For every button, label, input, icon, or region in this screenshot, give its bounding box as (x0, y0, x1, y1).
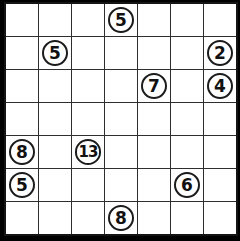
clue-circle: 2 (207, 40, 233, 66)
cell-r2c2: 5 (39, 37, 71, 69)
cell-r2c4[interactable] (105, 37, 137, 69)
kuromasu-board: 55274813568 (4, 2, 238, 236)
cell-r7c3[interactable] (72, 202, 104, 234)
cell-r3c4[interactable] (105, 70, 137, 102)
cell-r6c2[interactable] (39, 169, 71, 201)
clue-number: 5 (115, 12, 127, 29)
clue-circle: 8 (9, 139, 35, 165)
cell-r7c2[interactable] (39, 202, 71, 234)
cell-r3c5: 7 (138, 70, 170, 102)
cell-r4c7[interactable] (204, 103, 236, 135)
clue-circle: 7 (141, 73, 167, 99)
clue-number: 8 (16, 144, 28, 161)
clue-circle: 13 (75, 139, 102, 165)
cell-r5c1: 8 (6, 136, 38, 168)
cell-r4c1[interactable] (6, 103, 38, 135)
clue-circle: 4 (207, 73, 233, 99)
clue-circle: 5 (108, 7, 134, 33)
clue-number: 6 (181, 177, 193, 194)
cell-r6c7[interactable] (204, 169, 236, 201)
cell-r1c7[interactable] (204, 4, 236, 36)
cell-r1c6[interactable] (171, 4, 203, 36)
cell-r3c2[interactable] (39, 70, 71, 102)
cell-r5c5[interactable] (138, 136, 170, 168)
cell-r7c1[interactable] (6, 202, 38, 234)
clue-number: 5 (49, 45, 61, 62)
clue-number: 4 (214, 78, 226, 95)
cell-r4c4[interactable] (105, 103, 137, 135)
cell-r2c7: 2 (204, 37, 236, 69)
cell-r5c4[interactable] (105, 136, 137, 168)
cell-r2c5[interactable] (138, 37, 170, 69)
cell-r6c4[interactable] (105, 169, 137, 201)
clue-circle: 8 (108, 205, 134, 231)
cell-r7c5[interactable] (138, 202, 170, 234)
cell-r2c3[interactable] (72, 37, 104, 69)
cell-r6c1: 5 (6, 169, 38, 201)
clue-circle: 5 (9, 172, 35, 198)
cell-r7c4: 8 (105, 202, 137, 234)
cell-r2c6[interactable] (171, 37, 203, 69)
cell-r1c2[interactable] (39, 4, 71, 36)
cell-r7c7[interactable] (204, 202, 236, 234)
cell-r5c7[interactable] (204, 136, 236, 168)
cell-r2c1[interactable] (6, 37, 38, 69)
clue-number: 8 (115, 210, 127, 227)
cell-r4c6[interactable] (171, 103, 203, 135)
cell-r1c1[interactable] (6, 4, 38, 36)
clue-number: 2 (214, 45, 226, 62)
cell-r3c1[interactable] (6, 70, 38, 102)
clue-circle: 6 (174, 172, 200, 198)
cell-r3c3[interactable] (72, 70, 104, 102)
clue-number: 5 (16, 177, 28, 194)
cell-r1c4: 5 (105, 4, 137, 36)
cell-r5c6[interactable] (171, 136, 203, 168)
cell-r6c6: 6 (171, 169, 203, 201)
cell-r5c3: 13 (72, 136, 104, 168)
cell-r3c6[interactable] (171, 70, 203, 102)
cell-r5c2[interactable] (39, 136, 71, 168)
cell-r7c6[interactable] (171, 202, 203, 234)
cell-r4c2[interactable] (39, 103, 71, 135)
cell-r1c3[interactable] (72, 4, 104, 36)
cell-r4c3[interactable] (72, 103, 104, 135)
clue-number: 13 (79, 145, 98, 160)
cell-r3c7: 4 (204, 70, 236, 102)
cell-r4c5[interactable] (138, 103, 170, 135)
cell-r6c5[interactable] (138, 169, 170, 201)
clue-circle: 5 (42, 40, 68, 66)
cell-r1c5[interactable] (138, 4, 170, 36)
cell-r6c3[interactable] (72, 169, 104, 201)
clue-number: 7 (148, 78, 160, 95)
